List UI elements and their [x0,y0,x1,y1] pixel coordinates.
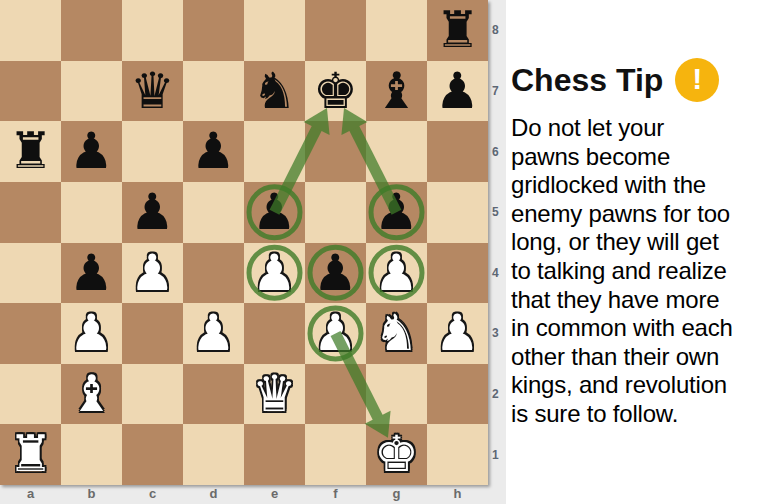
square-b1[interactable] [61,424,122,485]
white-king-piece: ♚ [366,424,427,485]
square-d4[interactable] [183,243,244,304]
tip-line: is sure to follow. [511,400,760,429]
black-rook-piece: ♜ [0,121,61,182]
square-h7[interactable]: ♟ [427,61,488,122]
square-h6[interactable] [427,121,488,182]
square-b3[interactable]: ♟ [61,303,122,364]
square-c3[interactable] [122,303,183,364]
white-bishop-piece: ♝ [61,364,122,425]
square-d5[interactable] [183,182,244,243]
square-a4[interactable] [0,243,61,304]
square-h5[interactable] [427,182,488,243]
square-g6[interactable] [366,121,427,182]
tip-line: in common with each [511,314,760,343]
black-pawn-piece: ♟ [366,182,427,243]
square-a7[interactable] [0,61,61,122]
square-f7[interactable]: ♚ [305,61,366,122]
black-queen-piece: ♛ [122,61,183,122]
rank-coordinates: 87654321 [488,0,506,485]
square-g2[interactable] [366,364,427,425]
square-f1[interactable] [305,424,366,485]
white-pawn-piece: ♟ [183,303,244,364]
square-g8[interactable] [366,0,427,61]
square-e5[interactable]: ♟ [244,182,305,243]
board-region: ♜♛♞♚♝♟♜♟♟♟♟♟♟♟♟♟♟♟♟♟♞♟♝♛♜♚ 87654321 abcd… [0,0,506,504]
square-f6[interactable] [305,121,366,182]
square-g1[interactable]: ♚ [366,424,427,485]
square-h4[interactable] [427,243,488,304]
square-b6[interactable]: ♟ [61,121,122,182]
file-label-d: d [183,485,244,504]
black-pawn-piece: ♟ [122,182,183,243]
chess-tip-graphic: ♜♛♞♚♝♟♜♟♟♟♟♟♟♟♟♟♟♟♟♟♞♟♝♛♜♚ 87654321 abcd… [0,0,760,504]
square-d3[interactable]: ♟ [183,303,244,364]
black-pawn-piece: ♟ [305,243,366,304]
square-e2[interactable]: ♛ [244,364,305,425]
rank-label-6: 6 [488,121,506,182]
white-rook-piece: ♜ [0,424,61,485]
file-coordinates: abcdefgh [0,485,488,504]
square-h1[interactable] [427,424,488,485]
file-label-f: f [305,485,366,504]
rank-label-1: 1 [488,424,506,485]
white-pawn-piece: ♟ [366,243,427,304]
rank-label-7: 7 [488,61,506,122]
chess-board: ♜♛♞♚♝♟♜♟♟♟♟♟♟♟♟♟♟♟♟♟♞♟♝♛♜♚ [0,0,488,485]
black-pawn-piece: ♟ [61,121,122,182]
black-pawn-piece: ♟ [427,61,488,122]
square-e1[interactable] [244,424,305,485]
square-c7[interactable]: ♛ [122,61,183,122]
square-f5[interactable] [305,182,366,243]
square-b5[interactable] [61,182,122,243]
black-pawn-piece: ♟ [244,182,305,243]
rank-label-8: 8 [488,0,506,61]
file-label-h: h [427,485,488,504]
square-f4[interactable]: ♟ [305,243,366,304]
square-f3[interactable]: ♟ [305,303,366,364]
square-a2[interactable] [0,364,61,425]
tip-line: long, or they will get [511,228,760,257]
square-a8[interactable] [0,0,61,61]
file-label-b: b [61,485,122,504]
tip-line: kings, and revolution [511,371,760,400]
square-e4[interactable]: ♟ [244,243,305,304]
tip-panel: Chess Tip ! Do not let yourpawns becomeg… [506,0,760,504]
black-pawn-piece: ♟ [61,243,122,304]
tip-line: enemy pawns for too [511,200,760,229]
exclamation-warning-icon: ! [675,58,719,102]
tip-line: other than their own [511,343,760,372]
tip-header: Chess Tip ! [511,58,760,102]
black-king-piece: ♚ [305,61,366,122]
tip-line: Do not let your [511,114,760,143]
white-knight-piece: ♞ [366,303,427,364]
square-d7[interactable] [183,61,244,122]
square-c2[interactable] [122,364,183,425]
square-e8[interactable] [244,0,305,61]
black-bishop-piece: ♝ [366,61,427,122]
rank-label-4: 4 [488,243,506,304]
exclamation-glyph: ! [692,64,702,94]
square-c1[interactable] [122,424,183,485]
file-label-g: g [366,485,427,504]
rank-label-2: 2 [488,364,506,425]
square-b2[interactable]: ♝ [61,364,122,425]
square-h8[interactable]: ♜ [427,0,488,61]
square-g5[interactable]: ♟ [366,182,427,243]
square-a6[interactable]: ♜ [0,121,61,182]
square-c5[interactable]: ♟ [122,182,183,243]
black-rook-piece: ♜ [427,0,488,61]
square-f8[interactable] [305,0,366,61]
white-pawn-piece: ♟ [61,303,122,364]
white-pawn-piece: ♟ [244,243,305,304]
rank-label-3: 3 [488,303,506,364]
tip-line: that they have more [511,286,760,315]
square-a1[interactable]: ♜ [0,424,61,485]
square-a3[interactable] [0,303,61,364]
tip-title: Chess Tip [511,62,663,99]
white-pawn-piece: ♟ [122,243,183,304]
white-queen-piece: ♛ [244,364,305,425]
rank-label-5: 5 [488,182,506,243]
square-c4[interactable]: ♟ [122,243,183,304]
file-label-e: e [244,485,305,504]
tip-text: Do not let yourpawns becomegridlocked wi… [511,114,760,429]
file-label-a: a [0,485,61,504]
square-e3[interactable] [244,303,305,364]
square-a5[interactable] [0,182,61,243]
square-g3[interactable]: ♞ [366,303,427,364]
black-knight-piece: ♞ [244,61,305,122]
square-g4[interactable]: ♟ [366,243,427,304]
square-h2[interactable] [427,364,488,425]
white-pawn-piece: ♟ [305,303,366,364]
tip-line: gridlocked with the [511,171,760,200]
square-d8[interactable] [183,0,244,61]
square-f2[interactable] [305,364,366,425]
file-label-c: c [122,485,183,504]
square-e7[interactable]: ♞ [244,61,305,122]
tip-line: pawns become [511,143,760,172]
tip-line: to talking and realize [511,257,760,286]
square-c8[interactable] [122,0,183,61]
square-d1[interactable] [183,424,244,485]
black-pawn-piece: ♟ [183,121,244,182]
square-g7[interactable]: ♝ [366,61,427,122]
square-c6[interactable] [122,121,183,182]
square-h3[interactable]: ♟ [427,303,488,364]
square-b7[interactable] [61,61,122,122]
square-d2[interactable] [183,364,244,425]
square-b4[interactable]: ♟ [61,243,122,304]
square-d6[interactable]: ♟ [183,121,244,182]
white-pawn-piece: ♟ [427,303,488,364]
square-e6[interactable] [244,121,305,182]
square-b8[interactable] [61,0,122,61]
